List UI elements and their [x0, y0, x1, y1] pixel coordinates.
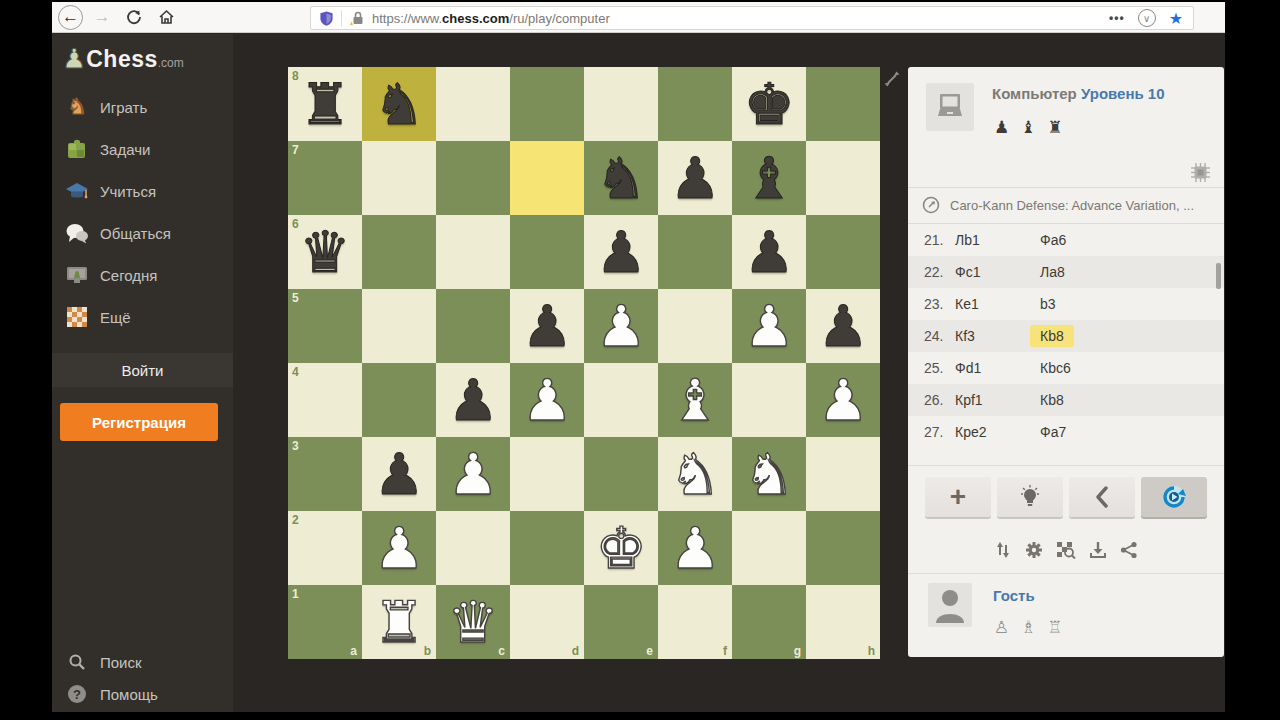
- bookmark-star-icon[interactable]: ★: [1169, 9, 1183, 28]
- download-icon[interactable]: [1089, 541, 1107, 559]
- black-rook-a8[interactable]: ♜: [288, 67, 362, 141]
- square-h1[interactable]: h: [806, 585, 880, 659]
- square-c2[interactable]: [436, 511, 510, 585]
- white-pawn-e5[interactable]: ♟: [584, 289, 658, 363]
- page-content: ♟ Chess .com ♞ Играть: [52, 34, 1225, 712]
- black-pawn-d5[interactable]: ♟: [510, 289, 584, 363]
- computer-name: Компьютер: [992, 85, 1077, 102]
- top-player-name: Компьютер Уровень 10: [992, 85, 1165, 102]
- black-move[interactable]: Кb8: [1040, 328, 1074, 344]
- square-c8[interactable]: [436, 67, 510, 141]
- square-b8[interactable]: ♞: [362, 67, 436, 141]
- black-move[interactable]: Кbс6: [1040, 360, 1071, 376]
- white-knight-g3[interactable]: ♞: [732, 437, 806, 511]
- square-h3[interactable]: [806, 437, 880, 511]
- move-row: 21.Лb1Фа6: [908, 224, 1224, 256]
- pocket-icon[interactable]: ∨: [1138, 9, 1156, 27]
- black-pawn-g6[interactable]: ♟: [732, 215, 806, 289]
- url-prefix: https://www.: [372, 11, 442, 26]
- address-bar[interactable]: https://www.chess.com/ru/play/computer •…: [310, 6, 1194, 30]
- panel-divider: [908, 573, 1224, 574]
- square-g4[interactable]: [732, 363, 806, 437]
- sidebar-item-play[interactable]: ♞ Играть: [52, 86, 233, 128]
- captured-by-computer: ♟ ♝ ♜: [994, 117, 1066, 137]
- black-bishop-g7[interactable]: ♝: [732, 141, 806, 215]
- square-a3[interactable]: 3: [288, 437, 362, 511]
- settings-gear-icon[interactable]: [1025, 541, 1043, 559]
- rank-label: 7: [292, 143, 299, 157]
- board-tools: [908, 537, 1224, 563]
- blue-replay-icon: [1161, 484, 1187, 510]
- hint-button[interactable]: [997, 477, 1063, 517]
- computer-level-link[interactable]: Уровень 10: [1081, 85, 1165, 102]
- white-move[interactable]: Фс1: [955, 264, 1040, 280]
- black-move[interactable]: Фа7: [1040, 424, 1066, 440]
- chess-board[interactable]: 8♜♞♚7♞♟♝6♛♟♟5♟♟♟♟4♟♟♝♟3♟♟♞♞2♟♚♟1ab♜c♛def…: [288, 67, 880, 659]
- black-pawn-c4[interactable]: ♟: [436, 363, 510, 437]
- checkerboard-icon: [64, 304, 90, 330]
- white-king-e2[interactable]: ♚: [584, 511, 658, 585]
- chesscom-logo[interactable]: ♟ Chess .com: [62, 46, 184, 73]
- square-e8[interactable]: [584, 67, 658, 141]
- white-move[interactable]: Кf3: [955, 328, 1040, 344]
- square-g1[interactable]: g: [732, 585, 806, 659]
- square-g6[interactable]: ♟: [732, 215, 806, 289]
- black-king-g8[interactable]: ♚: [732, 67, 806, 141]
- square-d1[interactable]: d: [510, 585, 584, 659]
- graduation-cap-icon: [64, 178, 90, 204]
- sidebar-item-label: Сегодня: [100, 267, 158, 284]
- board-resize-icon[interactable]: [882, 69, 902, 89]
- guest-avatar: [928, 583, 972, 627]
- square-b2[interactable]: ♟: [362, 511, 436, 585]
- chat-bubbles-icon: [64, 220, 90, 246]
- square-d4[interactable]: ♟: [510, 363, 584, 437]
- square-a8[interactable]: 8♜: [288, 67, 362, 141]
- sidebar-item-label: Помощь: [100, 686, 158, 703]
- captured-by-guest: ♙ ♗ ♖: [994, 617, 1066, 637]
- black-knight-e7[interactable]: ♞: [584, 141, 658, 215]
- square-c5[interactable]: [436, 289, 510, 363]
- move-row: 23.Ке1b3: [908, 288, 1224, 320]
- opening-name: Caro-Kann Defense: Advance Variation, ..…: [950, 198, 1194, 213]
- white-move[interactable]: Лb1: [955, 232, 1040, 248]
- black-move[interactable]: Ла8: [1040, 264, 1065, 280]
- square-g7[interactable]: ♝: [732, 141, 806, 215]
- square-g5[interactable]: ♟: [732, 289, 806, 363]
- square-e6[interactable]: ♟: [584, 215, 658, 289]
- white-knight-f3[interactable]: ♞: [658, 437, 732, 511]
- square-c4[interactable]: ♟: [436, 363, 510, 437]
- move-number: 23.: [924, 296, 955, 312]
- square-h8[interactable]: [806, 67, 880, 141]
- movelist-scrollbar[interactable]: [1216, 263, 1221, 289]
- logo-pawn-icon: ♟: [62, 46, 86, 73]
- white-pawn-c3[interactable]: ♟: [436, 437, 510, 511]
- analysis-icon[interactable]: [1056, 541, 1076, 559]
- white-bishop-f4[interactable]: ♝: [658, 363, 732, 437]
- sidebar-item-label: Ещё: [100, 309, 131, 326]
- square-b1[interactable]: b♜: [362, 585, 436, 659]
- reload-button[interactable]: [119, 9, 149, 25]
- rank-label: 5: [292, 291, 299, 305]
- monitor-icon: [64, 262, 90, 288]
- move-number: 22.: [924, 264, 955, 280]
- sidebar-item-social[interactable]: Общаться: [52, 212, 233, 254]
- laptop-icon: [933, 92, 967, 122]
- login-button[interactable]: Войти: [52, 353, 233, 387]
- square-a2[interactable]: 2: [288, 511, 362, 585]
- urlbar-separator: [341, 10, 342, 26]
- black-pawn-h5[interactable]: ♟: [806, 289, 880, 363]
- square-a6[interactable]: 6♛: [288, 215, 362, 289]
- black-pawn-b3[interactable]: ♟: [362, 437, 436, 511]
- sidebar-item-label: Поиск: [100, 654, 142, 671]
- square-e1[interactable]: e: [584, 585, 658, 659]
- white-move[interactable]: Кре2: [955, 424, 1040, 440]
- square-h7[interactable]: [806, 141, 880, 215]
- sidebar-item-label: Общаться: [100, 225, 171, 242]
- move-row: 27.Кре2Фа7: [908, 416, 1224, 448]
- search-icon: [66, 651, 88, 673]
- black-move[interactable]: Кb8: [1040, 392, 1064, 408]
- url-text[interactable]: https://www.chess.com/ru/play/computer: [372, 11, 610, 26]
- square-e4[interactable]: [584, 363, 658, 437]
- white-pawn-d4[interactable]: ♟: [510, 363, 584, 437]
- takeback-button[interactable]: [1069, 477, 1135, 517]
- black-pawn-f7[interactable]: ♟: [658, 141, 732, 215]
- url-domain: chess.com: [442, 11, 509, 26]
- move-row: 24.Кf3Кb8: [908, 320, 1224, 352]
- file-label: g: [794, 644, 801, 658]
- sidebar-search[interactable]: Поиск: [52, 646, 233, 678]
- black-knight-b8[interactable]: ♞: [362, 67, 436, 141]
- mixed-content-lock-icon[interactable]: [349, 10, 365, 26]
- square-d6[interactable]: [510, 215, 584, 289]
- square-h5[interactable]: ♟: [806, 289, 880, 363]
- square-e7[interactable]: ♞: [584, 141, 658, 215]
- square-a4[interactable]: 4: [288, 363, 362, 437]
- square-d7[interactable]: [510, 141, 584, 215]
- game-panel: Компьютер Уровень 10 ♟ ♝ ♜: [908, 67, 1224, 657]
- square-g3[interactable]: ♞: [732, 437, 806, 511]
- file-label: f: [723, 644, 727, 658]
- move-row: 22.Фс1Ла8: [908, 256, 1224, 288]
- square-b3[interactable]: ♟: [362, 437, 436, 511]
- square-h6[interactable]: [806, 215, 880, 289]
- square-b6[interactable]: [362, 215, 436, 289]
- white-pawn-g5[interactable]: ♟: [732, 289, 806, 363]
- square-e3[interactable]: [584, 437, 658, 511]
- rank-label: 2: [292, 513, 299, 527]
- white-queen-c1[interactable]: ♛: [436, 585, 510, 659]
- file-label: e: [646, 644, 653, 658]
- signup-button[interactable]: Регистрация: [60, 403, 218, 441]
- square-b7[interactable]: [362, 141, 436, 215]
- square-b5[interactable]: [362, 289, 436, 363]
- move-number: 27.: [924, 424, 955, 440]
- square-h4[interactable]: ♟: [806, 363, 880, 437]
- square-g8[interactable]: ♚: [732, 67, 806, 141]
- black-move[interactable]: Фа6: [1040, 232, 1066, 248]
- new-game-button[interactable]: +: [925, 477, 991, 517]
- square-h2[interactable]: [806, 511, 880, 585]
- help-icon: ?: [66, 683, 88, 705]
- home-icon: [158, 9, 175, 25]
- rank-label: 3: [292, 439, 299, 453]
- square-c3[interactable]: ♟: [436, 437, 510, 511]
- lightbulb-icon: [1020, 485, 1040, 509]
- move-row: 26.Крf1Кb8: [908, 384, 1224, 416]
- move-row: 25.Фd1Кbс6: [908, 352, 1224, 384]
- computer-avatar: [926, 83, 974, 131]
- move-number: 26.: [924, 392, 955, 408]
- move-number: 21.: [924, 232, 955, 248]
- square-f2[interactable]: ♟: [658, 511, 732, 585]
- reload-icon: [126, 9, 142, 25]
- sidebar-item-label: Учиться: [100, 183, 156, 200]
- bottom-player-name[interactable]: Гость: [993, 587, 1035, 604]
- rank-label: 1: [292, 587, 299, 601]
- share-icon[interactable]: [1120, 541, 1138, 559]
- opening-book-icon: [922, 196, 940, 214]
- home-button[interactable]: [151, 9, 181, 25]
- tracking-shield-icon[interactable]: [319, 10, 334, 27]
- person-icon: [933, 587, 967, 623]
- sidebar-help[interactable]: ? Помощь: [52, 678, 233, 710]
- sidebar-item-label: Задачи: [100, 141, 150, 158]
- square-c6[interactable]: [436, 215, 510, 289]
- browser-toolbar: ← → https://www.chess.com/ru/p: [52, 2, 1225, 33]
- square-d8[interactable]: [510, 67, 584, 141]
- chevron-left-icon: [1094, 486, 1110, 508]
- square-f7[interactable]: ♟: [658, 141, 732, 215]
- black-move[interactable]: b3: [1040, 296, 1056, 312]
- square-f4[interactable]: ♝: [658, 363, 732, 437]
- square-c1[interactable]: c♛: [436, 585, 510, 659]
- square-a7[interactable]: 7: [288, 141, 362, 215]
- square-f8[interactable]: [658, 67, 732, 141]
- sidebar-item-label: Играть: [100, 99, 147, 116]
- white-pawn-b2[interactable]: ♟: [362, 511, 436, 585]
- sidebar-item-today[interactable]: Сегодня: [52, 254, 233, 296]
- move-list: 21.Лb1Фа622.Фс1Ла823.Ке1b324.Кf3Кb825.Фd…: [908, 224, 1224, 448]
- next-move-button[interactable]: [1141, 477, 1207, 517]
- logo-text: Chess: [86, 46, 158, 73]
- play-pieces-icon: ♞: [64, 94, 90, 120]
- square-f6[interactable]: [658, 215, 732, 289]
- square-d3[interactable]: [510, 437, 584, 511]
- white-move[interactable]: Фd1: [955, 360, 1040, 376]
- black-pawn-e6[interactable]: ♟: [584, 215, 658, 289]
- white-rook-b1[interactable]: ♜: [362, 585, 436, 659]
- square-e2[interactable]: ♚: [584, 511, 658, 585]
- panel-divider: [908, 465, 1224, 466]
- sidebar-item-more[interactable]: Ещё: [52, 296, 233, 338]
- square-f5[interactable]: [658, 289, 732, 363]
- url-path: /ru/play/computer: [509, 11, 609, 26]
- forward-button[interactable]: →: [87, 7, 117, 27]
- rank-label: 4: [292, 365, 299, 379]
- sidebar-item-puzzles[interactable]: Задачи: [52, 128, 233, 170]
- white-pawn-h4[interactable]: ♟: [806, 363, 880, 437]
- square-b4[interactable]: [362, 363, 436, 437]
- square-f1[interactable]: f: [658, 585, 732, 659]
- engine-chip-icon: [1191, 163, 1210, 182]
- page-actions-button[interactable]: •••: [1109, 11, 1125, 25]
- browser-window: ← → https://www.chess.com/ru/p: [52, 2, 1225, 712]
- file-label: a: [350, 644, 357, 658]
- black-queen-a6[interactable]: ♛: [288, 215, 362, 289]
- move-number: 24.: [924, 328, 955, 344]
- file-label: d: [572, 644, 579, 658]
- file-label: h: [868, 644, 875, 658]
- sidebar-item-learn[interactable]: Учиться: [52, 170, 233, 212]
- white-move[interactable]: Ке1: [955, 296, 1040, 312]
- back-button[interactable]: ←: [58, 5, 83, 30]
- square-d5[interactable]: ♟: [510, 289, 584, 363]
- square-d2[interactable]: [510, 511, 584, 585]
- flip-board-icon[interactable]: [994, 541, 1012, 559]
- square-e5[interactable]: ♟: [584, 289, 658, 363]
- square-f3[interactable]: ♞: [658, 437, 732, 511]
- white-pawn-f2[interactable]: ♟: [658, 511, 732, 585]
- opening-row[interactable]: Caro-Kann Defense: Advance Variation, ..…: [908, 187, 1224, 223]
- puzzle-icon: [64, 136, 90, 162]
- square-c7[interactable]: [436, 141, 510, 215]
- move-number: 25.: [924, 360, 955, 376]
- logo-suffix: .com: [158, 56, 184, 70]
- square-a5[interactable]: 5: [288, 289, 362, 363]
- sidebar: ♟ Chess .com ♞ Играть: [52, 34, 233, 712]
- square-g2[interactable]: [732, 511, 806, 585]
- square-a1[interactable]: 1a: [288, 585, 362, 659]
- white-move[interactable]: Крf1: [955, 392, 1040, 408]
